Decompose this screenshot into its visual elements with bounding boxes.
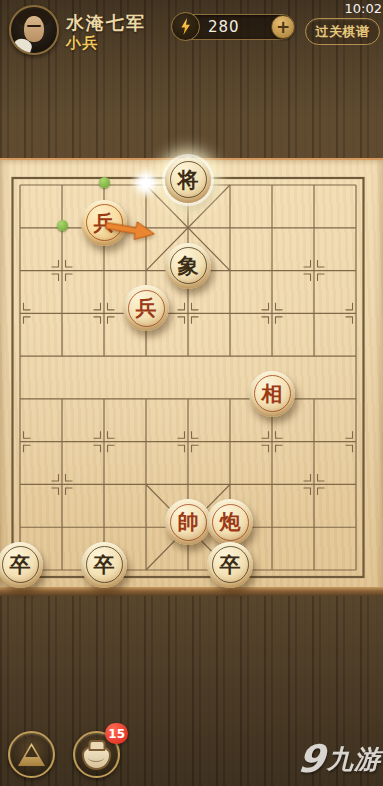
avatar-eyes <box>27 25 41 27</box>
move-hint-dot[interactable] <box>99 177 110 188</box>
header: 水淹七军 小兵 280 + 过关棋谱 10:02 <box>0 0 383 60</box>
piece-black-soldier[interactable]: 卒 <box>81 542 127 588</box>
board-pieces-layer: 将兵象兵相帥炮卒卒卒 <box>0 162 377 590</box>
jiuyou-logo-icon: 9 <box>296 740 326 778</box>
tips-bag-button[interactable]: 15 <box>73 731 120 778</box>
level-manual-button[interactable]: 过关棋谱 <box>305 18 380 45</box>
piece-red-cannon[interactable]: 炮 <box>207 499 253 545</box>
money-bag-icon <box>82 745 111 770</box>
piece-black-elephant[interactable]: 象 <box>165 243 211 289</box>
piece-red-soldier[interactable]: 兵 <box>123 285 169 331</box>
energy-bar: 280 + <box>173 14 295 40</box>
watermark-text: 九游 <box>327 742 381 777</box>
avatar-face <box>24 16 44 42</box>
home-button[interactable] <box>8 731 55 778</box>
energy-value: 280 <box>208 18 240 36</box>
piece-black-general[interactable]: 将 <box>165 157 211 203</box>
player-avatar[interactable] <box>9 5 59 55</box>
level-title: 水淹七军 <box>66 11 146 35</box>
up-arrow-icon <box>18 743 45 766</box>
piece-red-elephant[interactable]: 相 <box>249 371 295 417</box>
piece-black-soldier[interactable]: 卒 <box>0 542 43 588</box>
piece-black-soldier[interactable]: 卒 <box>207 542 253 588</box>
piece-red-soldier[interactable]: 兵 <box>81 200 127 246</box>
level-subtitle: 小兵 <box>66 34 98 53</box>
game-screen: 水淹七军 小兵 280 + 过关棋谱 10:02 将兵象兵相帥炮卒卒卒 15 9… <box>0 0 383 786</box>
bag-count-badge: 15 <box>105 723 128 744</box>
move-hint-dot[interactable] <box>57 220 68 231</box>
add-energy-button[interactable]: + <box>271 15 295 39</box>
last-move-sparkle <box>129 166 163 200</box>
piece-red-general[interactable]: 帥 <box>165 499 211 545</box>
status-time: 10:02 <box>345 1 382 16</box>
lightning-icon <box>171 12 200 41</box>
watermark: 9 九游 <box>298 740 381 778</box>
